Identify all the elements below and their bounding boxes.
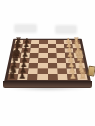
case-front-edge xyxy=(3,81,92,88)
square[interactable]: ♟ xyxy=(17,74,28,80)
black-rook[interactable]: ♜ xyxy=(7,72,17,81)
square[interactable] xyxy=(38,68,48,74)
square[interactable]: ♟ xyxy=(67,74,78,80)
square[interactable]: ♜ xyxy=(77,74,88,80)
board-scene: ♜♟♟♜♞♟♟♞♝♟♟♝♚♟♟♚♛♟♟♛♝♟♟♝♞♟♟♞♜♟♟♜ xyxy=(0,0,95,126)
black-pawn[interactable]: ♟ xyxy=(17,73,27,81)
white-pawn[interactable]: ♟ xyxy=(68,73,78,81)
board-frame: ♜♟♟♜♞♟♟♞♝♟♟♝♚♟♟♚♛♟♟♛♝♟♟♝♞♟♟♞♜♟♟♜ xyxy=(4,39,91,82)
square[interactable] xyxy=(30,53,39,58)
product-photo-chess-set: ♜♟♟♜♞♟♟♞♝♟♟♝♚♟♟♚♛♟♟♛♝♟♟♝♞♟♟♞♜♟♟♜ xyxy=(0,0,95,126)
square[interactable] xyxy=(27,74,37,80)
square[interactable] xyxy=(48,53,57,58)
square[interactable] xyxy=(57,74,67,80)
board-grid: ♜♟♟♜♞♟♟♞♝♟♟♝♚♟♟♚♛♟♟♛♝♟♟♝♞♟♟♞♜♟♟♜ xyxy=(7,40,87,80)
square[interactable] xyxy=(39,53,48,58)
white-rook[interactable]: ♜ xyxy=(78,72,88,81)
square[interactable] xyxy=(37,74,47,80)
square[interactable] xyxy=(57,68,67,74)
square[interactable] xyxy=(48,74,58,80)
brass-clasp xyxy=(87,65,95,76)
square[interactable] xyxy=(28,68,38,74)
square[interactable] xyxy=(48,68,58,74)
